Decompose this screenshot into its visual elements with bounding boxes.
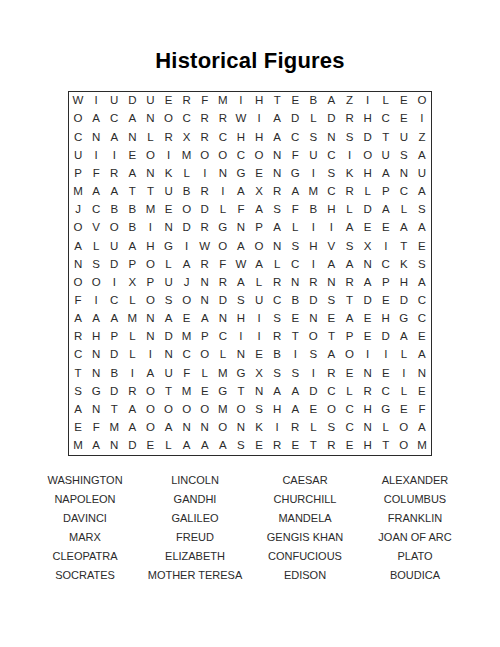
grid-cell-r2-c20: I (413, 110, 431, 128)
grid-cell-r20-c5: E (141, 437, 159, 455)
grid-cell-r5-c20: U (413, 165, 431, 183)
puzzle-title: Historical Figures (0, 48, 500, 74)
grid-cell-r19-c2: F (87, 419, 105, 437)
word-columbus: COLUMBUS (360, 489, 470, 508)
grid-cell-r11-c4: X (123, 273, 141, 291)
grid-cell-r3-c4: N (123, 128, 141, 146)
grid-cell-r2-c13: D (286, 110, 304, 128)
grid-cell-r20-c18: T (377, 437, 395, 455)
word-washington: WASHINGTON (30, 470, 140, 489)
grid-cell-r10-c16: A (341, 255, 359, 273)
grid-cell-r10-c9: F (214, 255, 232, 273)
grid-cell-r16-c11: X (250, 364, 268, 382)
grid-cell-r20-c6: L (160, 437, 178, 455)
grid-cell-r6-c14: M (304, 183, 322, 201)
grid-cell-r14-c5: N (141, 328, 159, 346)
grid-cell-r12-c7: O (178, 292, 196, 310)
grid-cell-r10-c13: C (286, 255, 304, 273)
grid-cell-r1-c18: L (377, 92, 395, 110)
grid-cell-r9-c4: A (123, 237, 141, 255)
grid-cell-r9-c14: H (304, 237, 322, 255)
grid-cell-r19-c20: A (413, 419, 431, 437)
grid-cell-r4-c14: U (304, 146, 322, 164)
grid-cell-r1-c19: E (395, 92, 413, 110)
grid-cell-r9-c10: A (232, 237, 250, 255)
grid-cell-r13-c3: A (105, 310, 123, 328)
grid-cell-r15-c6: N (160, 346, 178, 364)
grid-cell-r10-c20: S (413, 255, 431, 273)
grid-cell-r16-c15: R (322, 364, 340, 382)
grid-cell-r16-c13: S (286, 364, 304, 382)
grid-cell-r11-c12: R (268, 273, 286, 291)
grid-cell-r8-c4: B (123, 219, 141, 237)
grid-cell-r9-c16: S (341, 237, 359, 255)
word-mandela: MANDELA (250, 508, 360, 527)
grid-cell-r12-c18: E (377, 292, 395, 310)
grid-cell-r18-c4: A (123, 401, 141, 419)
grid-cell-r16-c10: G (232, 364, 250, 382)
grid-cell-r17-c10: T (232, 382, 250, 400)
grid-cell-r2-c10: W (232, 110, 250, 128)
grid-cell-r20-c19: O (395, 437, 413, 455)
grid-cell-r5-c10: G (232, 165, 250, 183)
grid-cell-r9-c15: V (322, 237, 340, 255)
grid-cell-r14-c8: P (196, 328, 214, 346)
grid-cell-r13-c4: M (123, 310, 141, 328)
grid-cell-r11-c10: A (232, 273, 250, 291)
grid-cell-r13-c8: A (196, 310, 214, 328)
grid-cell-r16-c12: S (268, 364, 286, 382)
grid-cell-r7-c17: D (359, 201, 377, 219)
grid-cell-r11-c6: U (160, 273, 178, 291)
grid-cell-r16-c8: L (196, 364, 214, 382)
grid-cell-r10-c3: D (105, 255, 123, 273)
grid-cell-r13-c15: E (322, 310, 340, 328)
grid-cell-r5-c7: L (178, 165, 196, 183)
grid-cell-r18-c20: F (413, 401, 431, 419)
grid-cell-r12-c8: N (196, 292, 214, 310)
grid-cell-r14-c17: E (359, 328, 377, 346)
grid-cell-r11-c3: I (105, 273, 123, 291)
grid-cell-r19-c14: L (304, 419, 322, 437)
grid-cell-r10-c6: L (160, 255, 178, 273)
grid-cell-r17-c17: R (359, 382, 377, 400)
grid-cell-r18-c16: C (341, 401, 359, 419)
word-davinci: DAVINCI (30, 508, 140, 527)
grid-cell-r10-c10: W (232, 255, 250, 273)
word-search-grid: WIUDUERFMIHTEBAZILEOOACANOCRRWIADLDRHCEI… (68, 91, 432, 456)
grid-cell-r16-c3: B (105, 364, 123, 382)
grid-cell-r14-c19: A (395, 328, 413, 346)
grid-cell-r7-c1: J (69, 201, 87, 219)
grid-cell-r6-c7: B (178, 183, 196, 201)
grid-cell-r20-c20: M (413, 437, 431, 455)
grid-cell-r5-c4: A (123, 165, 141, 183)
grid-cell-r18-c10: O (232, 401, 250, 419)
grid-cell-r14-c16: P (341, 328, 359, 346)
grid-cell-r20-c13: E (286, 437, 304, 455)
grid-cell-r13-c10: H (232, 310, 250, 328)
grid-cell-r11-c17: A (359, 273, 377, 291)
grid-cell-r18-c8: O (196, 401, 214, 419)
grid-cell-r14-c14: O (304, 328, 322, 346)
word-edison: EDISON (250, 565, 360, 584)
grid-cell-r11-c8: N (196, 273, 214, 291)
grid-cell-r18-c13: A (286, 401, 304, 419)
grid-cell-r12-c10: S (232, 292, 250, 310)
grid-cell-r2-c11: I (250, 110, 268, 128)
grid-cell-r14-c18: D (377, 328, 395, 346)
grid-cell-r12-c20: C (413, 292, 431, 310)
grid-cell-r15-c16: O (341, 346, 359, 364)
grid-cell-r6-c15: C (322, 183, 340, 201)
grid-cell-r2-c3: C (105, 110, 123, 128)
grid-cell-r4-c12: N (268, 146, 286, 164)
grid-cell-r10-c11: A (250, 255, 268, 273)
grid-cell-r19-c1: E (69, 419, 87, 437)
grid-cell-r7-c12: S (268, 201, 286, 219)
grid-cell-r4-c8: O (196, 146, 214, 164)
grid-cell-r11-c18: P (377, 273, 395, 291)
word-gengis-khan: GENGIS KHAN (250, 527, 360, 546)
grid-cell-r5-c12: N (268, 165, 286, 183)
grid-cell-r15-c19: L (395, 346, 413, 364)
grid-cell-r13-c17: E (359, 310, 377, 328)
grid-cell-r14-c2: H (87, 328, 105, 346)
grid-cell-r10-c18: C (377, 255, 395, 273)
grid-cell-r17-c8: E (196, 382, 214, 400)
grid-cell-r1-c13: E (286, 92, 304, 110)
grid-cell-r12-c2: I (87, 292, 105, 310)
grid-cell-r17-c5: O (141, 382, 159, 400)
grid-cell-r1-c3: U (105, 92, 123, 110)
grid-cell-r4-c9: O (214, 146, 232, 164)
grid-cell-r12-c19: D (395, 292, 413, 310)
grid-cell-r2-c18: C (377, 110, 395, 128)
grid-cell-r6-c4: T (123, 183, 141, 201)
grid-cell-r12-c15: S (322, 292, 340, 310)
grid-cell-r1-c7: R (178, 92, 196, 110)
grid-cell-r15-c7: C (178, 346, 196, 364)
grid-cell-r7-c15: H (322, 201, 340, 219)
grid-cell-r20-c16: E (341, 437, 359, 455)
grid-cell-r11-c20: A (413, 273, 431, 291)
grid-cell-r17-c13: A (286, 382, 304, 400)
grid-cell-r3-c5: L (141, 128, 159, 146)
word-marx: MARX (30, 527, 140, 546)
grid-cell-r8-c20: A (413, 219, 431, 237)
grid-cell-r5-c16: K (341, 165, 359, 183)
grid-cell-r15-c3: D (105, 346, 123, 364)
grid-cell-r1-c16: Z (341, 92, 359, 110)
grid-cell-r3-c18: T (377, 128, 395, 146)
grid-cell-r5-c15: S (322, 165, 340, 183)
grid-cell-r6-c12: R (268, 183, 286, 201)
grid-cell-r13-c6: A (160, 310, 178, 328)
grid-cell-r20-c3: N (105, 437, 123, 455)
grid-cell-r15-c9: L (214, 346, 232, 364)
word-lincoln: LINCOLN (140, 470, 250, 489)
grid-cell-r15-c13: I (286, 346, 304, 364)
grid-cell-r3-c20: Z (413, 128, 431, 146)
grid-cell-r8-c12: A (268, 219, 286, 237)
grid-cell-r4-c18: U (377, 146, 395, 164)
grid-cell-r9-c9: O (214, 237, 232, 255)
grid-cell-r7-c5: M (141, 201, 159, 219)
grid-cell-r8-c1: O (69, 219, 87, 237)
grid-cell-r9-c3: U (105, 237, 123, 255)
grid-cell-r7-c20: S (413, 201, 431, 219)
grid-cell-r4-c19: S (395, 146, 413, 164)
grid-cell-r2-c12: A (268, 110, 286, 128)
grid-cell-r9-c17: X (359, 237, 377, 255)
grid-cell-r18-c18: G (377, 401, 395, 419)
grid-cell-r17-c19: L (395, 382, 413, 400)
grid-cell-r14-c15: T (322, 328, 340, 346)
grid-cell-r6-c9: I (214, 183, 232, 201)
grid-cell-r3-c17: D (359, 128, 377, 146)
grid-cell-r11-c14: R (304, 273, 322, 291)
grid-cell-r4-c5: O (141, 146, 159, 164)
grid-cell-r4-c16: I (341, 146, 359, 164)
grid-cell-r19-c6: A (160, 419, 178, 437)
grid-cell-r20-c2: A (87, 437, 105, 455)
grid-cell-r14-c20: E (413, 328, 431, 346)
grid-cell-r7-c14: B (304, 201, 322, 219)
grid-cell-r4-c2: I (87, 146, 105, 164)
grid-cell-r16-c6: U (160, 364, 178, 382)
grid-cell-r7-c16: L (341, 201, 359, 219)
grid-cell-r4-c13: F (286, 146, 304, 164)
grid-cell-r6-c11: X (250, 183, 268, 201)
grid-cell-r6-c13: A (286, 183, 304, 201)
word-freud: FREUD (140, 527, 250, 546)
grid-cell-r11-c19: H (395, 273, 413, 291)
grid-cell-r2-c7: C (178, 110, 196, 128)
grid-cell-r19-c13: R (286, 419, 304, 437)
grid-cell-r9-c12: N (268, 237, 286, 255)
grid-cell-r5-c17: H (359, 165, 377, 183)
grid-cell-r16-c19: I (395, 364, 413, 382)
grid-cell-r20-c1: M (69, 437, 87, 455)
grid-cell-r1-c14: B (304, 92, 322, 110)
grid-cell-r4-c1: U (69, 146, 87, 164)
grid-cell-r20-c7: A (178, 437, 196, 455)
grid-cell-r2-c9: R (214, 110, 232, 128)
grid-cell-r16-c2: N (87, 364, 105, 382)
grid-cell-r12-c11: U (250, 292, 268, 310)
grid-cell-r19-c5: O (141, 419, 159, 437)
grid-cell-r9-c8: W (196, 237, 214, 255)
grid-cell-r10-c12: L (268, 255, 286, 273)
grid-cell-r9-c11: O (250, 237, 268, 255)
grid-cell-r10-c19: K (395, 255, 413, 273)
grid-cell-r14-c1: R (69, 328, 87, 346)
grid-cell-r8-c19: A (395, 219, 413, 237)
grid-cell-r2-c8: R (196, 110, 214, 128)
grid-cell-r2-c14: L (304, 110, 322, 128)
grid-cell-r4-c15: C (322, 146, 340, 164)
grid-cell-r5-c19: N (395, 165, 413, 183)
grid-cell-r4-c4: E (123, 146, 141, 164)
grid-cell-r9-c13: S (286, 237, 304, 255)
grid-cell-r17-c4: R (123, 382, 141, 400)
grid-cell-r10-c15: A (322, 255, 340, 273)
grid-cell-r18-c12: H (268, 401, 286, 419)
grid-cell-r6-c5: T (141, 183, 159, 201)
grid-cell-r1-c5: U (141, 92, 159, 110)
grid-cell-r14-c6: D (160, 328, 178, 346)
grid-cell-r19-c10: N (232, 419, 250, 437)
word-gandhi: GANDHI (140, 489, 250, 508)
word-cleopatra: CLEOPATRA (30, 546, 140, 565)
word-caesar: CAESAR (250, 470, 360, 489)
word-churchill: CHURCHILL (250, 489, 360, 508)
grid-cell-r12-c1: F (69, 292, 87, 310)
grid-cell-r15-c12: B (268, 346, 286, 364)
grid-cell-r5-c18: A (377, 165, 395, 183)
grid-cell-r19-c18: L (377, 419, 395, 437)
grid-cell-r3-c8: R (196, 128, 214, 146)
grid-cell-r14-c7: M (178, 328, 196, 346)
grid-cell-r9-c2: L (87, 237, 105, 255)
grid-cell-r5-c3: R (105, 165, 123, 183)
grid-cell-r3-c9: C (214, 128, 232, 146)
grid-cell-r4-c6: I (160, 146, 178, 164)
grid-cell-r19-c12: I (268, 419, 286, 437)
grid-cell-r15-c8: O (196, 346, 214, 364)
grid-cell-r2-c17: H (359, 110, 377, 128)
grid-cell-r6-c2: A (87, 183, 105, 201)
grid-cell-r3-c16: S (341, 128, 359, 146)
grid-cell-r12-c17: D (359, 292, 377, 310)
grid-cell-r20-c8: A (196, 437, 214, 455)
grid-cell-r20-c10: S (232, 437, 250, 455)
grid-cell-r11-c2: O (87, 273, 105, 291)
grid-cell-r9-c18: I (377, 237, 395, 255)
grid-cell-r17-c20: E (413, 382, 431, 400)
grid-cell-r20-c4: D (123, 437, 141, 455)
word-confucious: CONFUCIOUS (250, 546, 360, 565)
grid-cell-r12-c14: D (304, 292, 322, 310)
grid-cell-r11-c15: N (322, 273, 340, 291)
grid-cell-r18-c17: H (359, 401, 377, 419)
grid-cell-r13-c7: E (178, 310, 196, 328)
grid-cell-r8-c18: E (377, 219, 395, 237)
grid-cell-r12-c6: S (160, 292, 178, 310)
grid-cell-r18-c7: O (178, 401, 196, 419)
grid-cell-r20-c12: R (268, 437, 286, 455)
grid-cell-r6-c18: P (377, 183, 395, 201)
grid-cell-r10-c7: A (178, 255, 196, 273)
grid-cell-r6-c1: M (69, 183, 87, 201)
grid-cell-r2-c5: N (141, 110, 159, 128)
grid-cell-r8-c17: E (359, 219, 377, 237)
grid-cell-r15-c4: L (123, 346, 141, 364)
grid-cell-r1-c1: W (69, 92, 87, 110)
grid-cell-r8-c7: D (178, 219, 196, 237)
grid-cell-r6-c17: L (359, 183, 377, 201)
grid-cell-r4-c11: O (250, 146, 268, 164)
grid-cell-r13-c9: N (214, 310, 232, 328)
grid-cell-r2-c15: D (322, 110, 340, 128)
grid-cell-r17-c6: T (160, 382, 178, 400)
grid-cell-r11-c13: N (286, 273, 304, 291)
grid-cell-r19-c15: S (322, 419, 340, 437)
grid-cell-r15-c10: N (232, 346, 250, 364)
grid-cell-r12-c16: T (341, 292, 359, 310)
grid-cell-r19-c8: N (196, 419, 214, 437)
grid-cell-r15-c17: I (359, 346, 377, 364)
grid-cell-r14-c13: T (286, 328, 304, 346)
grid-cell-r7-c6: E (160, 201, 178, 219)
grid-cell-r8-c14: I (304, 219, 322, 237)
grid-cell-r14-c4: L (123, 328, 141, 346)
grid-cell-r3-c2: N (87, 128, 105, 146)
grid-cell-r1-c8: F (196, 92, 214, 110)
grid-cell-r9-c1: A (69, 237, 87, 255)
grid-cell-r17-c2: G (87, 382, 105, 400)
grid-cell-r10-c2: S (87, 255, 105, 273)
grid-cell-r3-c12: A (268, 128, 286, 146)
word-mother-teresa: MOTHER TERESA (140, 565, 250, 584)
grid-cell-r3-c7: X (178, 128, 196, 146)
grid-cell-r5-c14: I (304, 165, 322, 183)
grid-cell-r2-c4: A (123, 110, 141, 128)
grid-cell-r11-c16: R (341, 273, 359, 291)
grid-cell-r16-c18: E (377, 364, 395, 382)
grid-cell-r5-c2: F (87, 165, 105, 183)
grid-cell-r18-c19: E (395, 401, 413, 419)
grid-cell-r16-c1: T (69, 364, 87, 382)
grid-cell-r6-c20: A (413, 183, 431, 201)
grid-cell-r12-c13: B (286, 292, 304, 310)
grid-cell-r4-c3: I (105, 146, 123, 164)
grid-cell-r14-c12: R (268, 328, 286, 346)
grid-cell-r3-c10: H (232, 128, 250, 146)
grid-cell-r9-c7: I (178, 237, 196, 255)
grid-cell-r1-c10: I (232, 92, 250, 110)
grid-cell-r7-c3: B (105, 201, 123, 219)
grid-cell-r8-c2: V (87, 219, 105, 237)
grid-cell-r1-c9: M (214, 92, 232, 110)
grid-cell-r20-c17: H (359, 437, 377, 455)
grid-cell-r17-c7: M (178, 382, 196, 400)
grid-cell-r1-c15: A (322, 92, 340, 110)
grid-cell-r18-c14: E (304, 401, 322, 419)
grid-cell-r8-c11: P (250, 219, 268, 237)
grid-cell-r10-c4: P (123, 255, 141, 273)
grid-cell-r13-c13: E (286, 310, 304, 328)
word-galileo: GALILEO (140, 508, 250, 527)
grid-cell-r10-c17: N (359, 255, 377, 273)
grid-cell-r1-c12: T (268, 92, 286, 110)
grid-cell-r3-c11: H (250, 128, 268, 146)
grid-cell-r5-c6: K (160, 165, 178, 183)
grid-cell-r18-c15: O (322, 401, 340, 419)
grid-cell-r11-c1: O (69, 273, 87, 291)
grid-cell-r15-c20: A (413, 346, 431, 364)
grid-cell-r1-c20: O (413, 92, 431, 110)
grid-cell-r4-c17: O (359, 146, 377, 164)
grid-cell-r3-c14: S (304, 128, 322, 146)
word-boudica: BOUDICA (360, 565, 470, 584)
grid-cell-r16-c4: I (123, 364, 141, 382)
grid-cell-r19-c19: O (395, 419, 413, 437)
grid-cell-r11-c7: J (178, 273, 196, 291)
word-franklin: FRANKLIN (360, 508, 470, 527)
grid-cell-r13-c11: I (250, 310, 268, 328)
